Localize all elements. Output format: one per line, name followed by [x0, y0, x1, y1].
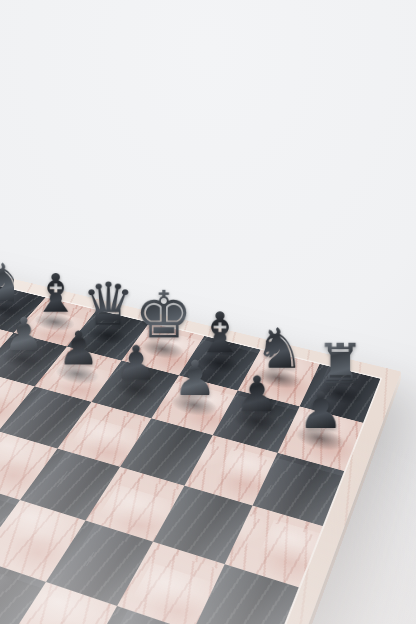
scene: ♜♞♝♛♚♝♞♜♟♟♟♟♟♟♟♟ [0, 0, 416, 624]
chessboard: ♜♞♝♛♚♝♞♜♟♟♟♟♟♟♟♟ [0, 262, 401, 624]
chess-set-photo: ♜♞♝♛♚♝♞♜♟♟♟♟♟♟♟♟ [0, 0, 416, 624]
